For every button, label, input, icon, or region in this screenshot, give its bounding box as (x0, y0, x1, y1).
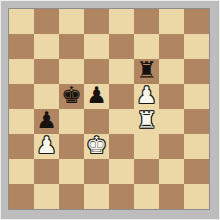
square-c3[interactable] (59, 134, 84, 159)
white-rook-f4[interactable]: ♜ (136, 109, 157, 133)
square-g8[interactable] (159, 9, 184, 34)
square-g6[interactable] (159, 59, 184, 84)
square-c2[interactable] (59, 159, 84, 184)
square-a3[interactable] (9, 134, 34, 159)
square-d6[interactable] (84, 59, 109, 84)
board-frame: ♜♚♟♟♟♜♟♚ (0, 0, 220, 220)
square-h3[interactable] (184, 134, 209, 159)
square-e4[interactable] (109, 109, 134, 134)
square-f3[interactable] (134, 134, 159, 159)
square-b3[interactable]: ♟ (34, 134, 59, 159)
square-g5[interactable] (159, 84, 184, 109)
square-e1[interactable] (109, 184, 134, 209)
square-b1[interactable] (34, 184, 59, 209)
square-e8[interactable] (109, 9, 134, 34)
square-f6[interactable]: ♜ (134, 59, 159, 84)
white-pawn-f5[interactable]: ♟ (136, 84, 157, 108)
square-h6[interactable] (184, 59, 209, 84)
square-h5[interactable] (184, 84, 209, 109)
square-h4[interactable] (184, 109, 209, 134)
square-c6[interactable] (59, 59, 84, 84)
square-b2[interactable] (34, 159, 59, 184)
square-b6[interactable] (34, 59, 59, 84)
square-e7[interactable] (109, 34, 134, 59)
square-a5[interactable] (9, 84, 34, 109)
chess-board: ♜♚♟♟♟♜♟♚ (8, 8, 210, 210)
square-a4[interactable] (9, 109, 34, 134)
square-b8[interactable] (34, 9, 59, 34)
black-pawn-d5[interactable]: ♟ (86, 84, 107, 108)
square-g3[interactable] (159, 134, 184, 159)
white-king-d3[interactable]: ♚ (86, 134, 107, 158)
black-pawn-b4[interactable]: ♟ (36, 109, 57, 133)
square-b7[interactable] (34, 34, 59, 59)
square-d4[interactable] (84, 109, 109, 134)
square-h1[interactable] (184, 184, 209, 209)
square-g4[interactable] (159, 109, 184, 134)
square-a6[interactable] (9, 59, 34, 84)
square-f2[interactable] (134, 159, 159, 184)
square-c8[interactable] (59, 9, 84, 34)
square-e2[interactable] (109, 159, 134, 184)
square-g7[interactable] (159, 34, 184, 59)
square-f4[interactable]: ♜ (134, 109, 159, 134)
square-g2[interactable] (159, 159, 184, 184)
square-f5[interactable]: ♟ (134, 84, 159, 109)
square-d5[interactable]: ♟ (84, 84, 109, 109)
square-e3[interactable] (109, 134, 134, 159)
square-g1[interactable] (159, 184, 184, 209)
square-e6[interactable] (109, 59, 134, 84)
square-d1[interactable] (84, 184, 109, 209)
square-c7[interactable] (59, 34, 84, 59)
square-d7[interactable] (84, 34, 109, 59)
square-e5[interactable] (109, 84, 134, 109)
black-king-c5[interactable]: ♚ (61, 84, 82, 108)
black-rook-f6[interactable]: ♜ (136, 59, 157, 83)
square-c5[interactable]: ♚ (59, 84, 84, 109)
square-b5[interactable] (34, 84, 59, 109)
square-c1[interactable] (59, 184, 84, 209)
square-h7[interactable] (184, 34, 209, 59)
square-f7[interactable] (134, 34, 159, 59)
square-d8[interactable] (84, 9, 109, 34)
square-c4[interactable] (59, 109, 84, 134)
square-d3[interactable]: ♚ (84, 134, 109, 159)
white-pawn-b3[interactable]: ♟ (36, 134, 57, 158)
square-f1[interactable] (134, 184, 159, 209)
square-d2[interactable] (84, 159, 109, 184)
square-f8[interactable] (134, 9, 159, 34)
square-b4[interactable]: ♟ (34, 109, 59, 134)
square-h8[interactable] (184, 9, 209, 34)
square-a2[interactable] (9, 159, 34, 184)
square-a1[interactable] (9, 184, 34, 209)
square-a8[interactable] (9, 9, 34, 34)
square-h2[interactable] (184, 159, 209, 184)
square-a7[interactable] (9, 34, 34, 59)
